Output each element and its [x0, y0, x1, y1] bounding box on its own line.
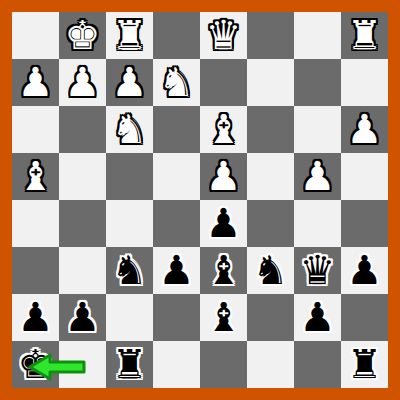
square-f2[interactable] [247, 294, 294, 341]
black-bishop[interactable]: ♝ [206, 247, 242, 294]
white-pawn[interactable]: ♟ [112, 59, 148, 106]
square-g1[interactable] [294, 341, 341, 388]
square-b6[interactable] [59, 106, 106, 153]
square-h3[interactable]: ♟ [341, 247, 388, 294]
square-e7[interactable] [200, 59, 247, 106]
square-g7[interactable] [294, 59, 341, 106]
black-pawn[interactable]: ♟ [347, 247, 383, 294]
black-pawn[interactable]: ♟ [300, 294, 336, 341]
square-h1[interactable]: ♜ [341, 341, 388, 388]
square-c5[interactable] [106, 153, 153, 200]
square-c6[interactable]: ♞ [106, 106, 153, 153]
square-b5[interactable] [59, 153, 106, 200]
square-d1[interactable] [153, 341, 200, 388]
square-h2[interactable] [341, 294, 388, 341]
square-a2[interactable]: ♟ [12, 294, 59, 341]
white-knight[interactable]: ♞ [112, 106, 148, 153]
black-pawn[interactable]: ♟ [65, 294, 101, 341]
square-e8[interactable]: ♛ [200, 12, 247, 59]
square-e6[interactable]: ♝ [200, 106, 247, 153]
square-g4[interactable] [294, 200, 341, 247]
square-f5[interactable] [247, 153, 294, 200]
square-h8[interactable]: ♜ [341, 12, 388, 59]
square-c3[interactable]: ♞ [106, 247, 153, 294]
square-f6[interactable] [247, 106, 294, 153]
square-h4[interactable] [341, 200, 388, 247]
square-f4[interactable] [247, 200, 294, 247]
square-c7[interactable]: ♟ [106, 59, 153, 106]
black-king[interactable]: ♚ [18, 341, 54, 388]
black-knight[interactable]: ♞ [253, 247, 289, 294]
black-pawn[interactable]: ♟ [206, 200, 242, 247]
square-c1[interactable]: ♜ [106, 341, 153, 388]
square-f3[interactable]: ♞ [247, 247, 294, 294]
square-b1[interactable] [59, 341, 106, 388]
square-b3[interactable] [59, 247, 106, 294]
white-rook[interactable]: ♜ [112, 12, 148, 59]
square-e5[interactable]: ♟ [200, 153, 247, 200]
square-h5[interactable] [341, 153, 388, 200]
square-e2[interactable]: ♝ [200, 294, 247, 341]
square-a7[interactable]: ♟ [12, 59, 59, 106]
square-b8[interactable]: ♚ [59, 12, 106, 59]
square-a8[interactable] [12, 12, 59, 59]
white-queen[interactable]: ♛ [206, 12, 242, 59]
black-rook[interactable]: ♜ [347, 341, 383, 388]
black-queen[interactable]: ♛ [300, 247, 336, 294]
square-c4[interactable] [106, 200, 153, 247]
black-knight[interactable]: ♞ [112, 247, 148, 294]
square-h7[interactable] [341, 59, 388, 106]
white-pawn[interactable]: ♟ [65, 59, 101, 106]
square-d4[interactable] [153, 200, 200, 247]
black-pawn[interactable]: ♟ [18, 294, 54, 341]
white-pawn[interactable]: ♟ [18, 59, 54, 106]
square-f7[interactable] [247, 59, 294, 106]
square-g3[interactable]: ♛ [294, 247, 341, 294]
white-bishop[interactable]: ♝ [18, 153, 54, 200]
black-pawn[interactable]: ♟ [159, 247, 195, 294]
square-c8[interactable]: ♜ [106, 12, 153, 59]
white-rook[interactable]: ♜ [347, 12, 383, 59]
square-d7[interactable]: ♞ [153, 59, 200, 106]
white-bishop[interactable]: ♝ [206, 106, 242, 153]
square-a4[interactable] [12, 200, 59, 247]
square-d3[interactable]: ♟ [153, 247, 200, 294]
square-c2[interactable] [106, 294, 153, 341]
square-f1[interactable] [247, 341, 294, 388]
square-a5[interactable]: ♝ [12, 153, 59, 200]
black-rook[interactable]: ♜ [112, 341, 148, 388]
white-king[interactable]: ♚ [65, 12, 101, 59]
square-g8[interactable] [294, 12, 341, 59]
white-pawn[interactable]: ♟ [300, 153, 336, 200]
square-b7[interactable]: ♟ [59, 59, 106, 106]
square-e3[interactable]: ♝ [200, 247, 247, 294]
white-pawn[interactable]: ♟ [206, 153, 242, 200]
square-e1[interactable] [200, 341, 247, 388]
square-h6[interactable]: ♟ [341, 106, 388, 153]
square-d6[interactable] [153, 106, 200, 153]
board-frame: ♚♜♛♜♟♟♟♞♞♝♟♝♟♟♟♞♟♝♞♛♟♟♟♝♟♚♜♜ [0, 0, 400, 400]
white-pawn[interactable]: ♟ [347, 106, 383, 153]
square-f8[interactable] [247, 12, 294, 59]
square-d8[interactable] [153, 12, 200, 59]
square-g2[interactable]: ♟ [294, 294, 341, 341]
square-b4[interactable] [59, 200, 106, 247]
square-a1[interactable]: ♚ [12, 341, 59, 388]
square-a3[interactable] [12, 247, 59, 294]
square-g6[interactable] [294, 106, 341, 153]
square-g5[interactable]: ♟ [294, 153, 341, 200]
square-a6[interactable] [12, 106, 59, 153]
white-knight[interactable]: ♞ [159, 59, 195, 106]
square-b2[interactable]: ♟ [59, 294, 106, 341]
square-d2[interactable] [153, 294, 200, 341]
square-d5[interactable] [153, 153, 200, 200]
board: ♚♜♛♜♟♟♟♞♞♝♟♝♟♟♟♞♟♝♞♛♟♟♟♝♟♚♜♜ [12, 12, 388, 388]
black-bishop[interactable]: ♝ [206, 294, 242, 341]
square-e4[interactable]: ♟ [200, 200, 247, 247]
